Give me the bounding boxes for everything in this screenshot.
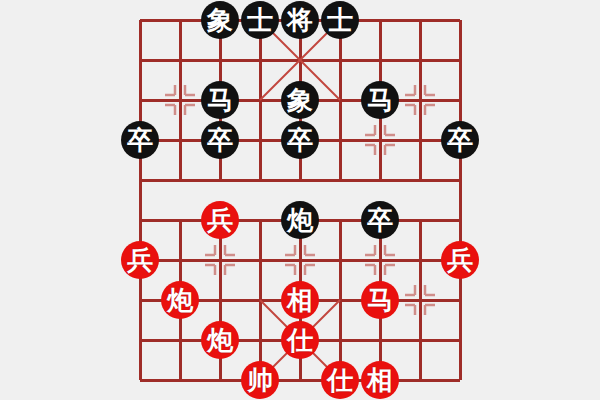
- piece-black-zu[interactable]: 卒: [121, 121, 159, 159]
- piece-red-bing[interactable]: 兵: [441, 241, 479, 279]
- piece-black-ma[interactable]: 马: [201, 81, 239, 119]
- piece-black-zu[interactable]: 卒: [361, 201, 399, 239]
- piece-black-shi[interactable]: 士: [321, 1, 359, 39]
- piece-red-shuai[interactable]: 帅: [241, 361, 279, 399]
- piece-black-xiang[interactable]: 象: [201, 1, 239, 39]
- xiangqi-board: 象士将士马象马卒卒卒卒炮卒兵兵兵炮相马炮仕帅仕相: [0, 0, 600, 400]
- piece-black-pao[interactable]: 炮: [281, 201, 319, 239]
- piece-black-xiang[interactable]: 象: [281, 81, 319, 119]
- piece-black-jiang[interactable]: 将: [281, 1, 319, 39]
- piece-black-ma[interactable]: 马: [361, 81, 399, 119]
- piece-black-shi[interactable]: 士: [241, 1, 279, 39]
- piece-black-zu[interactable]: 卒: [201, 121, 239, 159]
- piece-red-pao[interactable]: 炮: [201, 321, 239, 359]
- piece-red-bing[interactable]: 兵: [121, 241, 159, 279]
- piece-red-bing[interactable]: 兵: [201, 201, 239, 239]
- piece-black-zu[interactable]: 卒: [281, 121, 319, 159]
- piece-red-xiang[interactable]: 相: [281, 281, 319, 319]
- pieces-layer: 象士将士马象马卒卒卒卒炮卒兵兵兵炮相马炮仕帅仕相: [120, 0, 480, 400]
- piece-red-shi[interactable]: 仕: [321, 361, 359, 399]
- piece-red-pao[interactable]: 炮: [161, 281, 199, 319]
- piece-black-zu[interactable]: 卒: [441, 121, 479, 159]
- piece-red-xiang[interactable]: 相: [361, 361, 399, 399]
- piece-red-shi[interactable]: 仕: [281, 321, 319, 359]
- piece-red-ma[interactable]: 马: [361, 281, 399, 319]
